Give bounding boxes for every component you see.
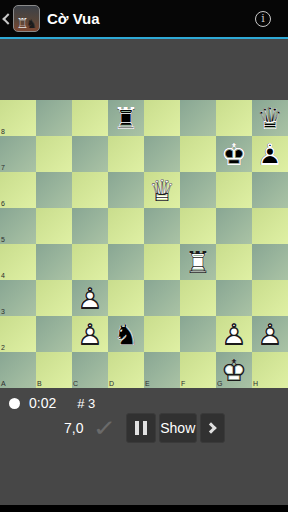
controls-row: 7,0 ✓ Show [0, 413, 288, 443]
app-title: Cờ Vua [47, 10, 100, 27]
piece-glyph-outline: ♙ [72, 316, 108, 352]
square-a7[interactable]: 7 [0, 136, 36, 172]
piece-glyph-outline: ♖ [180, 244, 216, 280]
square-c2[interactable]: ♟♙ [72, 316, 108, 352]
piece-glyph-outline: ♖ [108, 100, 144, 136]
square-c8[interactable] [72, 100, 108, 136]
square-c4[interactable] [72, 244, 108, 280]
square-e6[interactable]: ♛♕ [144, 172, 180, 208]
puzzle-number: # 3 [77, 396, 95, 411]
piece-glyph-outline: ♔ [216, 352, 252, 388]
rank-label: 6 [1, 200, 5, 208]
info-icon: i [255, 11, 271, 27]
piece-glyph-outline: ♙ [72, 280, 108, 316]
square-f4[interactable]: ♜♖ [180, 244, 216, 280]
file-label: E [145, 380, 150, 388]
square-d7[interactable] [108, 136, 144, 172]
white-queen[interactable]: ♛♕ [144, 172, 180, 208]
square-c7[interactable] [72, 136, 108, 172]
white-rook[interactable]: ♜♖ [180, 244, 216, 280]
square-g3[interactable] [216, 280, 252, 316]
pause-button[interactable] [126, 413, 156, 443]
square-c5[interactable] [72, 208, 108, 244]
piece-glyph-outline: ♙ [252, 316, 288, 352]
file-label: C [73, 380, 78, 388]
black-queen[interactable]: ♛♕ [252, 100, 288, 136]
square-b8[interactable] [36, 100, 72, 136]
white-pawn[interactable]: ♟♙ [72, 316, 108, 352]
square-d4[interactable] [108, 244, 144, 280]
piece-glyph-outline: ♕ [252, 100, 288, 136]
square-b3[interactable] [36, 280, 72, 316]
square-f5[interactable] [180, 208, 216, 244]
info-button[interactable]: i [247, 0, 279, 37]
white-pawn[interactable]: ♟♙ [252, 316, 288, 352]
square-f6[interactable] [180, 172, 216, 208]
bottom-panel: 0:02 # 3 7,0 ✓ Show [0, 388, 288, 505]
square-a4[interactable]: 4 [0, 244, 36, 280]
white-pawn[interactable]: ♟♙ [216, 316, 252, 352]
square-a6[interactable]: 6 [0, 172, 36, 208]
back-button[interactable] [0, 0, 13, 37]
piece-glyph-outline: ♘ [108, 316, 144, 352]
piece-glyph-outline: ♙ [252, 136, 288, 172]
check-icon: ✓ [93, 415, 117, 441]
black-knight[interactable]: ♞♘ [108, 316, 144, 352]
score-text: 7,0 [64, 420, 83, 436]
square-g1[interactable]: G♚♔ [216, 352, 252, 388]
square-e7[interactable] [144, 136, 180, 172]
square-d2[interactable]: ♞♘ [108, 316, 144, 352]
square-h8[interactable]: ♛♕ [252, 100, 288, 136]
file-label: A [1, 380, 6, 388]
next-button[interactable] [200, 413, 225, 443]
square-f3[interactable] [180, 280, 216, 316]
square-a8[interactable]: 8 [0, 100, 36, 136]
file-label: F [181, 380, 185, 388]
piece-glyph-outline: ♔ [216, 136, 252, 172]
rank-label: 3 [1, 308, 5, 316]
square-g4[interactable] [216, 244, 252, 280]
square-h6[interactable] [252, 172, 288, 208]
square-b1[interactable]: B [36, 352, 72, 388]
chevron-right-icon [205, 422, 216, 433]
square-g6[interactable] [216, 172, 252, 208]
square-h1[interactable]: H [252, 352, 288, 388]
square-e2[interactable] [144, 316, 180, 352]
file-label: B [37, 380, 42, 388]
square-a5[interactable]: 5 [0, 208, 36, 244]
file-label: D [109, 380, 114, 388]
square-d3[interactable] [108, 280, 144, 316]
rank-label: 4 [1, 272, 5, 280]
square-g2[interactable]: ♟♙ [216, 316, 252, 352]
square-d5[interactable] [108, 208, 144, 244]
square-f2[interactable] [180, 316, 216, 352]
rank-label: 8 [1, 128, 5, 136]
square-b4[interactable] [36, 244, 72, 280]
square-a2[interactable]: 2 [0, 316, 36, 352]
rank-label: 2 [1, 344, 5, 352]
board-top-spacer [0, 39, 288, 100]
square-e3[interactable] [144, 280, 180, 316]
square-c6[interactable] [72, 172, 108, 208]
show-button[interactable]: Show [159, 413, 197, 443]
square-h3[interactable] [252, 280, 288, 316]
black-king[interactable]: ♚♔ [216, 136, 252, 172]
turn-indicator-dot [9, 398, 20, 409]
app-icon: ♖ ♞ [13, 5, 40, 32]
chess-board: 8♜♖♛♕7♚♔♟♙6♛♕54♜♖3♟♙2♟♙♞♘♟♙♟♙ABCDEFG♚♔H [0, 100, 288, 388]
square-f7[interactable] [180, 136, 216, 172]
pause-icon [135, 421, 147, 435]
white-king[interactable]: ♚♔ [216, 352, 252, 388]
square-d6[interactable] [108, 172, 144, 208]
square-g8[interactable] [216, 100, 252, 136]
piece-glyph-outline: ♕ [144, 172, 180, 208]
square-f1[interactable]: F [180, 352, 216, 388]
square-b2[interactable] [36, 316, 72, 352]
square-h7[interactable]: ♟♙ [252, 136, 288, 172]
rank-label: 5 [1, 236, 5, 244]
bottom-black-bar [0, 505, 288, 512]
chevron-left-icon [2, 13, 13, 24]
square-f8[interactable] [180, 100, 216, 136]
square-e5[interactable] [144, 208, 180, 244]
square-b5[interactable] [36, 208, 72, 244]
piece-glyph-outline: ♙ [216, 316, 252, 352]
square-b6[interactable] [36, 172, 72, 208]
timer-text: 0:02 [29, 395, 56, 411]
black-pawn[interactable]: ♟♙ [252, 136, 288, 172]
status-row: 0:02 # 3 [0, 393, 288, 413]
square-h5[interactable] [252, 208, 288, 244]
square-g7[interactable]: ♚♔ [216, 136, 252, 172]
square-c3[interactable]: ♟♙ [72, 280, 108, 316]
info-icon-glyph: i [261, 13, 265, 24]
square-d1[interactable]: D [108, 352, 144, 388]
header: ♖ ♞ Cờ Vua i [0, 0, 288, 37]
square-h4[interactable] [252, 244, 288, 280]
file-label: H [253, 380, 258, 388]
square-a3[interactable]: 3 [0, 280, 36, 316]
square-d8[interactable]: ♜♖ [108, 100, 144, 136]
square-h2[interactable]: ♟♙ [252, 316, 288, 352]
square-b7[interactable] [36, 136, 72, 172]
square-c1[interactable]: C [72, 352, 108, 388]
white-pawn[interactable]: ♟♙ [72, 280, 108, 316]
square-e1[interactable]: E [144, 352, 180, 388]
rank-label: 7 [1, 164, 5, 172]
square-e8[interactable] [144, 100, 180, 136]
square-a1[interactable]: A [0, 352, 36, 388]
black-rook[interactable]: ♜♖ [108, 100, 144, 136]
square-g5[interactable] [216, 208, 252, 244]
app-icon-black-piece: ♞ [26, 17, 37, 31]
square-e4[interactable] [144, 244, 180, 280]
